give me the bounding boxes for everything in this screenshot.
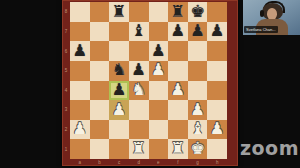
square-f4: ♟	[168, 81, 188, 101]
square-d4: ♞	[129, 81, 149, 101]
square-e7	[149, 22, 169, 42]
square-g3: ♟	[188, 100, 208, 120]
square-b3	[90, 100, 110, 120]
white-pawn: ♟	[112, 101, 127, 118]
square-c6	[109, 41, 129, 61]
participant-video[interactable]: Svetlana Chan...	[243, 0, 300, 35]
white-pawn: ♟	[171, 82, 186, 99]
square-e1	[149, 139, 169, 159]
square-f1: ♜	[168, 139, 188, 159]
white-pawn: ♟	[72, 121, 87, 138]
square-f5	[168, 61, 188, 81]
square-a8	[70, 2, 90, 22]
white-bishop: ♝	[190, 121, 205, 138]
black-pawn: ♟	[171, 23, 186, 40]
black-king: ♚	[190, 3, 205, 20]
black-pawn: ♟	[210, 23, 225, 40]
square-h1	[207, 139, 227, 159]
square-c2	[109, 120, 129, 140]
square-b6	[90, 41, 110, 61]
white-rook: ♜	[131, 140, 146, 157]
square-h2: ♟	[207, 120, 227, 140]
square-h8	[207, 2, 227, 22]
square-e3	[149, 100, 169, 120]
square-d6	[129, 41, 149, 61]
square-f8: ♜	[168, 2, 188, 22]
square-b4	[90, 81, 110, 101]
square-b2	[90, 120, 110, 140]
square-g2: ♝	[188, 120, 208, 140]
square-c7	[109, 22, 129, 42]
black-pawn: ♟	[190, 23, 205, 40]
square-g4	[188, 81, 208, 101]
rank-label-4: 4	[62, 81, 70, 101]
square-g1: ♚	[188, 139, 208, 159]
square-d5: ♟	[129, 61, 149, 81]
square-b1	[90, 139, 110, 159]
file-label-c: c	[109, 159, 129, 166]
chess-board: ♜♜♚♝♟♟♟♟♟♞♟♟♟♞♟♟♟♟♝♟♜♜♚	[70, 2, 227, 159]
square-d3	[129, 100, 149, 120]
white-pawn: ♟	[190, 101, 205, 118]
black-pawn: ♟	[131, 62, 146, 79]
black-rook: ♜	[112, 3, 127, 20]
black-pawn: ♟	[151, 42, 166, 59]
square-g8: ♚	[188, 2, 208, 22]
square-c5: ♞	[109, 61, 129, 81]
square-e8	[149, 2, 169, 22]
square-d1: ♜	[129, 139, 149, 159]
square-d2	[129, 120, 149, 140]
square-a6: ♟	[70, 41, 90, 61]
square-a3	[70, 100, 90, 120]
square-b5	[90, 61, 110, 81]
square-b7	[90, 22, 110, 42]
square-h7: ♟	[207, 22, 227, 42]
square-g7: ♟	[188, 22, 208, 42]
file-label-e: e	[149, 159, 169, 166]
headphone-earcup-icon	[260, 10, 264, 17]
square-h5	[207, 61, 227, 81]
rank-label-3: 3	[62, 100, 70, 120]
black-rook: ♜	[171, 3, 186, 20]
square-a1	[70, 139, 90, 159]
square-e2	[149, 120, 169, 140]
white-pawn: ♟	[151, 62, 166, 79]
black-pawn: ♟	[112, 82, 127, 99]
square-d8	[129, 2, 149, 22]
file-label-b: b	[90, 159, 110, 166]
rank-label-5: 5	[62, 61, 70, 81]
square-c1	[109, 139, 129, 159]
square-h6	[207, 41, 227, 61]
square-c4: ♟	[109, 81, 129, 101]
square-h4	[207, 81, 227, 101]
square-c3: ♟	[109, 100, 129, 120]
file-label-f: f	[168, 159, 188, 166]
square-a7	[70, 22, 90, 42]
square-a4	[70, 81, 90, 101]
rank-label-1: 1	[62, 139, 70, 159]
square-e6: ♟	[149, 41, 169, 61]
file-label-h: h	[207, 159, 227, 166]
black-bishop: ♝	[131, 23, 146, 40]
square-f2	[168, 120, 188, 140]
white-knight: ♞	[131, 82, 146, 99]
square-b8	[90, 2, 110, 22]
square-g5	[188, 61, 208, 81]
file-coordinates: abcdefgh	[70, 159, 227, 166]
white-rook: ♜	[171, 140, 186, 157]
square-a2: ♟	[70, 120, 90, 140]
square-c8: ♜	[109, 2, 129, 22]
file-label-g: g	[188, 159, 208, 166]
black-knight: ♞	[112, 62, 127, 79]
white-pawn: ♟	[210, 121, 225, 138]
rank-label-7: 7	[62, 22, 70, 42]
square-g6	[188, 41, 208, 61]
square-h3	[207, 100, 227, 120]
black-pawn: ♟	[72, 42, 87, 59]
rank-label-6: 6	[62, 41, 70, 61]
participant-name-label: Svetlana Chan...	[244, 26, 278, 33]
file-label-d: d	[129, 159, 149, 166]
square-e5: ♟	[149, 61, 169, 81]
square-f6	[168, 41, 188, 61]
square-e4	[149, 81, 169, 101]
square-a5	[70, 61, 90, 81]
zoom-watermark: zoom	[240, 137, 299, 159]
square-f7: ♟	[168, 22, 188, 42]
rank-label-8: 8	[62, 2, 70, 22]
square-d7: ♝	[129, 22, 149, 42]
rank-coordinates: 87654321	[62, 2, 70, 159]
file-label-a: a	[70, 159, 90, 166]
square-f3	[168, 100, 188, 120]
rank-label-2: 2	[62, 120, 70, 140]
chess-board-frame: 87654321 abcdefgh ♜♜♚♝♟♟♟♟♟♞♟♟♟♞♟♟♟♟♝♟♜♜…	[62, 0, 238, 166]
white-king: ♚	[190, 140, 205, 157]
